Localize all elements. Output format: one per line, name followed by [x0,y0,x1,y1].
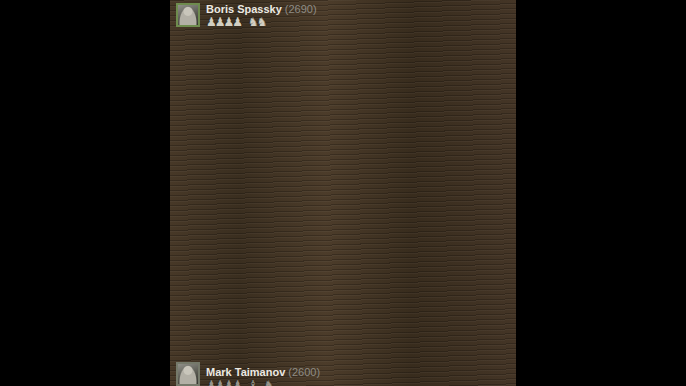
player-name-top: Boris Spassky [206,3,282,15]
player-rating-bottom: (2600) [288,366,320,378]
captured-pieces-bottom: ♟♟♟♟ ♝ ♞ [206,379,320,386]
video-frame: Boris Spassky(2690) ♟♟♟♟ ♞♞ Mark Taimano… [0,0,686,386]
player-avatar-top [176,3,200,27]
player-rating-top: (2690) [285,3,317,15]
player-bar-top: Boris Spassky(2690) ♟♟♟♟ ♞♞ [170,0,516,28]
player-avatar-bottom [176,362,200,386]
chess-board [175,28,511,364]
captured-pieces-top: ♟♟♟♟ ♞♞ [206,16,317,28]
player-bar-bottom: Mark Taimanov(2600) ♟♟♟♟ ♝ ♞ [170,364,516,386]
board-frame: Boris Spassky(2690) ♟♟♟♟ ♞♞ Mark Taimano… [170,0,516,386]
player-name-bottom: Mark Taimanov [206,366,285,378]
